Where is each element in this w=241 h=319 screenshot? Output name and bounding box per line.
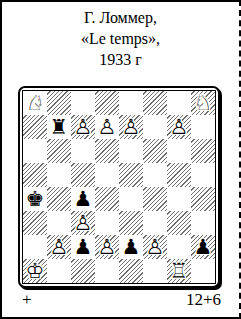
square-c5 — [71, 163, 95, 187]
square-g8 — [167, 91, 191, 115]
white-pawn-d2: ♟♙ — [98, 235, 117, 259]
square-h2: ♟ — [191, 235, 215, 259]
square-h5 — [191, 163, 215, 187]
square-e4 — [119, 187, 143, 211]
square-e5 — [119, 163, 143, 187]
square-f7 — [143, 115, 167, 139]
square-b7: ♜ — [47, 115, 71, 139]
square-f6 — [143, 139, 167, 163]
square-h6 — [191, 139, 215, 163]
black-pawn-e2: ♟ — [122, 235, 141, 259]
chess-board-frame: ♞♘♞♘♜♟♙♟♙♟♙♟♙♚♟♟♙♟♙♟♟♙♟♟♙♟♚♔♜♖ — [18, 86, 220, 288]
white-pawn-b2: ♟♙ — [50, 235, 69, 259]
square-b6 — [47, 139, 71, 163]
square-h8: ♞♘ — [191, 91, 215, 115]
square-g7: ♟♙ — [167, 115, 191, 139]
square-b5 — [47, 163, 71, 187]
square-a8: ♞♘ — [23, 91, 47, 115]
square-c4: ♟ — [71, 187, 95, 211]
square-h4 — [191, 187, 215, 211]
square-c8 — [71, 91, 95, 115]
white-pawn-c7: ♟♙ — [74, 115, 93, 139]
white-pawn-d7: ♟♙ — [98, 115, 117, 139]
square-e8 — [119, 91, 143, 115]
square-d4 — [95, 187, 119, 211]
white-rook-g1: ♜♖ — [170, 259, 189, 283]
caption-row: + 12+6 — [22, 290, 221, 310]
square-g5 — [167, 163, 191, 187]
white-pawn-f2: ♟♙ — [146, 235, 165, 259]
square-b8 — [47, 91, 71, 115]
white-pawn-c3: ♟♙ — [74, 211, 93, 235]
author-line: Г. Ломмер, — [2, 7, 239, 28]
square-e6 — [119, 139, 143, 163]
book-page: Г. Ломмер, «Le temps», 1933 г ♞♘♞♘♜♟♙♟♙♟… — [0, 0, 241, 319]
square-e1 — [119, 259, 143, 283]
square-f8 — [143, 91, 167, 115]
square-h1 — [191, 259, 215, 283]
square-c1 — [71, 259, 95, 283]
square-c2: ♟ — [71, 235, 95, 259]
black-king-a4: ♚ — [26, 187, 45, 211]
black-pawn-c2: ♟ — [74, 235, 93, 259]
white-pawn-e7: ♟♙ — [122, 115, 141, 139]
square-f2: ♟♙ — [143, 235, 167, 259]
chess-board-inner-border: ♞♘♞♘♜♟♙♟♙♟♙♟♙♚♟♟♙♟♙♟♟♙♟♟♙♟♚♔♜♖ — [22, 90, 216, 284]
square-f4 — [143, 187, 167, 211]
square-d6 — [95, 139, 119, 163]
material-count: 12+6 — [186, 290, 221, 310]
problem-header: Г. Ломмер, «Le temps», 1933 г — [2, 7, 239, 70]
square-b2: ♟♙ — [47, 235, 71, 259]
square-g6 — [167, 139, 191, 163]
source-line: «Le temps», — [2, 28, 239, 49]
square-e2: ♟ — [119, 235, 143, 259]
square-e3 — [119, 211, 143, 235]
square-g4 — [167, 187, 191, 211]
black-pawn-c4: ♟ — [74, 187, 93, 211]
chess-board: ♞♘♞♘♜♟♙♟♙♟♙♟♙♚♟♟♙♟♙♟♟♙♟♟♙♟♚♔♜♖ — [23, 91, 215, 283]
stipulation-symbol: + — [22, 290, 32, 310]
square-c7: ♟♙ — [71, 115, 95, 139]
square-a4: ♚ — [23, 187, 47, 211]
square-a3 — [23, 211, 47, 235]
square-h3 — [191, 211, 215, 235]
square-c6 — [71, 139, 95, 163]
square-b3 — [47, 211, 71, 235]
square-d1 — [95, 259, 119, 283]
square-a6 — [23, 139, 47, 163]
square-g3 — [167, 211, 191, 235]
year-line: 1933 г — [2, 49, 239, 70]
square-f1 — [143, 259, 167, 283]
black-pawn-h2: ♟ — [194, 235, 213, 259]
square-d5 — [95, 163, 119, 187]
square-a2 — [23, 235, 47, 259]
square-d7: ♟♙ — [95, 115, 119, 139]
white-king-a1: ♚♔ — [26, 259, 45, 283]
square-g1: ♜♖ — [167, 259, 191, 283]
black-rook-b7: ♜ — [50, 115, 69, 139]
white-pawn-g7: ♟♙ — [170, 115, 189, 139]
square-a5 — [23, 163, 47, 187]
square-d2: ♟♙ — [95, 235, 119, 259]
square-g2 — [167, 235, 191, 259]
square-h7 — [191, 115, 215, 139]
square-a1: ♚♔ — [23, 259, 47, 283]
square-b1 — [47, 259, 71, 283]
square-d8 — [95, 91, 119, 115]
square-f3 — [143, 211, 167, 235]
square-b4 — [47, 187, 71, 211]
square-e7: ♟♙ — [119, 115, 143, 139]
white-knight-h8: ♞♘ — [194, 91, 213, 115]
square-f5 — [143, 163, 167, 187]
square-a7 — [23, 115, 47, 139]
square-c3: ♟♙ — [71, 211, 95, 235]
white-knight-a8: ♞♘ — [26, 91, 45, 115]
square-d3 — [95, 211, 119, 235]
